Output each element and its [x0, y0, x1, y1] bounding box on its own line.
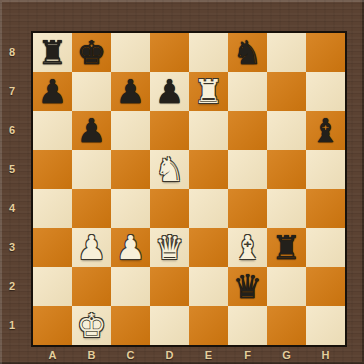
square-b1[interactable]: ♚	[72, 306, 111, 345]
file-label-b: B	[72, 346, 111, 364]
piece-white-rook[interactable]: ♜	[194, 72, 224, 111]
square-d7[interactable]: ♟	[150, 72, 189, 111]
piece-black-pawn[interactable]: ♟	[155, 72, 185, 111]
square-g4[interactable]	[267, 189, 306, 228]
square-h3[interactable]	[306, 228, 345, 267]
square-a6[interactable]	[33, 111, 72, 150]
piece-black-king[interactable]: ♚	[77, 33, 107, 72]
square-g8[interactable]	[267, 33, 306, 72]
square-d1[interactable]	[150, 306, 189, 345]
square-d6[interactable]	[150, 111, 189, 150]
square-h7[interactable]	[306, 72, 345, 111]
file-label-g: G	[267, 346, 306, 364]
square-a4[interactable]	[33, 189, 72, 228]
square-f3[interactable]: ♝	[228, 228, 267, 267]
square-d3[interactable]: ♛	[150, 228, 189, 267]
square-e5[interactable]	[189, 150, 228, 189]
piece-white-pawn[interactable]: ♟	[116, 228, 146, 267]
square-g5[interactable]	[267, 150, 306, 189]
square-h8[interactable]	[306, 33, 345, 72]
square-h6[interactable]: ♝	[306, 111, 345, 150]
square-e2[interactable]	[189, 267, 228, 306]
square-b6[interactable]: ♟	[72, 111, 111, 150]
rank-label-7: 7	[0, 72, 24, 111]
piece-black-queen[interactable]: ♛	[233, 267, 263, 306]
piece-black-knight[interactable]: ♞	[233, 33, 263, 72]
square-c3[interactable]: ♟	[111, 228, 150, 267]
square-d5[interactable]: ♞	[150, 150, 189, 189]
file-label-c: C	[111, 346, 150, 364]
piece-black-bishop[interactable]: ♝	[311, 111, 341, 150]
rank-label-8: 8	[0, 33, 24, 72]
square-e3[interactable]	[189, 228, 228, 267]
square-c2[interactable]	[111, 267, 150, 306]
square-c8[interactable]	[111, 33, 150, 72]
square-b7[interactable]	[72, 72, 111, 111]
file-label-a: A	[33, 346, 72, 364]
piece-black-pawn[interactable]: ♟	[77, 111, 107, 150]
piece-black-rook[interactable]: ♜	[38, 33, 68, 72]
square-a7[interactable]: ♟	[33, 72, 72, 111]
file-label-d: D	[150, 346, 189, 364]
square-g1[interactable]	[267, 306, 306, 345]
rank-label-6: 6	[0, 111, 24, 150]
square-g7[interactable]	[267, 72, 306, 111]
square-c6[interactable]	[111, 111, 150, 150]
rank-label-5: 5	[0, 150, 24, 189]
board-frame: ♜♚♞♟♟♟♜♟♝♞♟♟♛♝♜♛♚ 87654321ABCDEFGH	[0, 0, 364, 364]
square-h2[interactable]	[306, 267, 345, 306]
square-f8[interactable]: ♞	[228, 33, 267, 72]
square-f5[interactable]	[228, 150, 267, 189]
chess-board: ♜♚♞♟♟♟♜♟♝♞♟♟♛♝♜♛♚	[33, 33, 345, 345]
piece-white-queen[interactable]: ♛	[155, 228, 185, 267]
piece-black-pawn[interactable]: ♟	[38, 72, 68, 111]
square-f6[interactable]	[228, 111, 267, 150]
file-label-f: F	[228, 346, 267, 364]
rank-label-4: 4	[0, 189, 24, 228]
rank-label-1: 1	[0, 306, 24, 345]
square-e7[interactable]: ♜	[189, 72, 228, 111]
square-b5[interactable]	[72, 150, 111, 189]
file-label-e: E	[189, 346, 228, 364]
square-b4[interactable]	[72, 189, 111, 228]
square-h1[interactable]	[306, 306, 345, 345]
square-d4[interactable]	[150, 189, 189, 228]
square-a3[interactable]	[33, 228, 72, 267]
square-f7[interactable]	[228, 72, 267, 111]
piece-white-king[interactable]: ♚	[77, 306, 107, 345]
square-g2[interactable]	[267, 267, 306, 306]
square-f2[interactable]: ♛	[228, 267, 267, 306]
square-e4[interactable]	[189, 189, 228, 228]
square-f4[interactable]	[228, 189, 267, 228]
square-e6[interactable]	[189, 111, 228, 150]
square-b3[interactable]: ♟	[72, 228, 111, 267]
square-a2[interactable]	[33, 267, 72, 306]
rank-label-2: 2	[0, 267, 24, 306]
square-e1[interactable]	[189, 306, 228, 345]
piece-black-pawn[interactable]: ♟	[116, 72, 146, 111]
square-c4[interactable]	[111, 189, 150, 228]
square-g3[interactable]: ♜	[267, 228, 306, 267]
piece-white-bishop[interactable]: ♝	[233, 228, 263, 267]
square-f1[interactable]	[228, 306, 267, 345]
square-e8[interactable]	[189, 33, 228, 72]
square-b8[interactable]: ♚	[72, 33, 111, 72]
piece-black-rook[interactable]: ♜	[272, 228, 302, 267]
piece-white-pawn[interactable]: ♟	[77, 228, 107, 267]
piece-white-knight[interactable]: ♞	[155, 150, 185, 189]
square-h4[interactable]	[306, 189, 345, 228]
square-d2[interactable]	[150, 267, 189, 306]
square-c7[interactable]: ♟	[111, 72, 150, 111]
square-h5[interactable]	[306, 150, 345, 189]
square-c5[interactable]	[111, 150, 150, 189]
rank-label-3: 3	[0, 228, 24, 267]
square-c1[interactable]	[111, 306, 150, 345]
file-label-h: H	[306, 346, 345, 364]
square-a8[interactable]: ♜	[33, 33, 72, 72]
square-a5[interactable]	[33, 150, 72, 189]
square-g6[interactable]	[267, 111, 306, 150]
square-b2[interactable]	[72, 267, 111, 306]
square-a1[interactable]	[33, 306, 72, 345]
square-d8[interactable]	[150, 33, 189, 72]
